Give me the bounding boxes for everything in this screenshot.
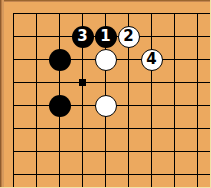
image-crop-edge-bottom: [0, 187, 211, 188]
black-stone-move-1: 1: [95, 26, 117, 48]
white-stone: [95, 49, 117, 71]
board-edge-top: [0, 0, 211, 2]
stones-layer: 3124: [2, 2, 211, 188]
white-stone: [95, 95, 117, 117]
black-stone: [49, 95, 71, 117]
white-stone-move-4: 4: [141, 49, 163, 71]
black-stone: [49, 49, 71, 71]
black-stone-move-3: 3: [72, 26, 94, 48]
board-edge-left: [0, 0, 4, 188]
hoshi-square-mark: [79, 79, 86, 86]
image-crop-edge-right: [210, 0, 211, 188]
white-stone-move-2: 2: [118, 26, 140, 48]
go-board-diagram: 3124: [0, 0, 211, 188]
